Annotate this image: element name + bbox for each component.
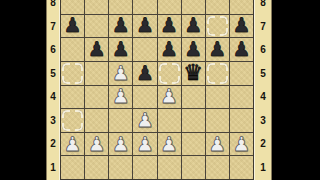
square-e2[interactable]: ♟ [158, 133, 181, 156]
highlight-corner-br [220, 28, 228, 36]
highlight-corner-br [220, 76, 228, 84]
square-g8[interactable] [206, 0, 229, 14]
square-e7[interactable]: ♟ [158, 15, 181, 38]
rank-label-8: 8 [47, 0, 59, 15]
highlight-corner-tr [75, 63, 83, 71]
square-d3[interactable]: ♟ [133, 109, 156, 132]
square-f8[interactable] [182, 0, 205, 14]
black-pawn[interactable]: ♟ [136, 63, 154, 84]
square-c2[interactable]: ♟ [109, 133, 132, 156]
square-e5[interactable] [158, 62, 181, 85]
square-h7[interactable]: ♟ [230, 15, 253, 38]
white-pawn[interactable]: ♟ [232, 134, 250, 155]
highlight-corner-tr [75, 110, 83, 118]
square-g6[interactable]: ♟ [206, 38, 229, 61]
square-c6[interactable]: ♟ [109, 38, 132, 61]
square-a2[interactable]: ♟ [61, 133, 84, 156]
highlight-corner-tl [62, 110, 70, 118]
square-h2[interactable]: ♟ [230, 133, 253, 156]
rank-label-7: 7 [47, 15, 59, 39]
highlight-corner-tl [62, 63, 70, 71]
square-d5[interactable]: ♟ [133, 62, 156, 85]
square-a6[interactable] [61, 38, 84, 61]
white-pawn[interactable]: ♟ [160, 86, 178, 107]
square-c1[interactable] [109, 156, 132, 179]
square-f1[interactable] [182, 156, 205, 179]
highlight-corner-br [75, 76, 83, 84]
rank-label-4: 4 [255, 85, 271, 109]
square-e6[interactable]: ♟ [158, 38, 181, 61]
square-b4[interactable] [85, 86, 108, 109]
square-g1[interactable] [206, 156, 229, 179]
square-e4[interactable]: ♟ [158, 86, 181, 109]
square-a3[interactable] [61, 109, 84, 132]
white-pawn[interactable]: ♟ [136, 134, 154, 155]
black-pawn[interactable]: ♟ [88, 39, 106, 60]
square-f5[interactable]: ♛ [182, 62, 205, 85]
square-a8[interactable] [61, 0, 84, 14]
white-pawn[interactable]: ♟ [64, 134, 82, 155]
square-c7[interactable]: ♟ [109, 15, 132, 38]
square-b1[interactable] [85, 156, 108, 179]
square-f4[interactable] [182, 86, 205, 109]
square-e1[interactable] [158, 156, 181, 179]
square-d7[interactable]: ♟ [133, 15, 156, 38]
highlight-corner-tl [207, 16, 215, 24]
square-d2[interactable]: ♟ [133, 133, 156, 156]
square-h8[interactable] [230, 0, 253, 14]
square-c5[interactable]: ♟ [109, 62, 132, 85]
highlight-corner-tr [220, 16, 228, 24]
square-h5[interactable] [230, 62, 253, 85]
black-pawn[interactable]: ♟ [160, 15, 178, 36]
white-pawn[interactable]: ♟ [88, 134, 106, 155]
square-a5[interactable] [61, 62, 84, 85]
white-pawn[interactable]: ♟ [112, 134, 130, 155]
square-f7[interactable]: ♟ [182, 15, 205, 38]
rank-label-1: 1 [47, 156, 59, 180]
highlight-corner-br [75, 123, 83, 131]
square-g7[interactable] [206, 15, 229, 38]
square-f3[interactable] [182, 109, 205, 132]
highlight-corner-tr [220, 63, 228, 71]
rank-label-5: 5 [47, 62, 59, 86]
square-h3[interactable] [230, 109, 253, 132]
square-d8[interactable] [133, 0, 156, 14]
rank-label-2: 2 [47, 132, 59, 156]
square-a4[interactable] [61, 86, 84, 109]
square-d4[interactable] [133, 86, 156, 109]
square-b5[interactable] [85, 62, 108, 85]
rank-label-4: 4 [47, 85, 59, 109]
white-pawn[interactable]: ♟ [208, 134, 226, 155]
square-h1[interactable] [230, 156, 253, 179]
square-b7[interactable] [85, 15, 108, 38]
square-b2[interactable]: ♟ [85, 133, 108, 156]
rank-label-6: 6 [47, 38, 59, 62]
highlight-corner-br [172, 76, 180, 84]
highlight-corner-bl [159, 76, 167, 84]
highlight-corner-tl [159, 63, 167, 71]
square-f2[interactable] [182, 133, 205, 156]
black-pawn[interactable]: ♟ [184, 15, 202, 36]
highlight-corner-bl [207, 28, 215, 36]
square-h4[interactable] [230, 86, 253, 109]
black-pawn[interactable]: ♟ [112, 15, 130, 36]
white-pawn[interactable]: ♟ [112, 86, 130, 107]
rank-label-3: 3 [47, 109, 59, 133]
white-pawn[interactable]: ♟ [160, 134, 178, 155]
black-pawn[interactable]: ♟ [160, 39, 178, 60]
black-pawn[interactable]: ♟ [208, 39, 226, 60]
square-b6[interactable]: ♟ [85, 38, 108, 61]
rank-label-8: 8 [255, 0, 271, 15]
white-pawn[interactable]: ♟ [112, 63, 130, 84]
highlight-corner-bl [62, 123, 70, 131]
black-pawn[interactable]: ♟ [64, 15, 82, 36]
square-d1[interactable] [133, 156, 156, 179]
square-a7[interactable]: ♟ [61, 15, 84, 38]
square-b3[interactable] [85, 109, 108, 132]
square-d6[interactable] [133, 38, 156, 61]
rank-labels-left: 87654321 [46, 0, 60, 180]
white-pawn[interactable]: ♟ [136, 110, 154, 131]
square-e3[interactable] [158, 109, 181, 132]
chess-app-screen: 87654321 ♟♟♟♟♟♟♟♟♟♟♟♟♟♟♛♟♟♟♟♟♟♟♟♟♟ 87654… [0, 0, 320, 180]
highlight-corner-bl [207, 76, 215, 84]
rank-label-7: 7 [255, 15, 271, 39]
square-a1[interactable] [61, 156, 84, 179]
square-b8[interactable] [85, 0, 108, 14]
square-g4[interactable] [206, 86, 229, 109]
square-h6[interactable]: ♟ [230, 38, 253, 61]
black-pawn[interactable]: ♟ [184, 39, 202, 60]
square-c3[interactable] [109, 109, 132, 132]
rank-label-3: 3 [255, 109, 271, 133]
square-g3[interactable] [206, 109, 229, 132]
rank-label-6: 6 [255, 38, 271, 62]
black-pawn[interactable]: ♟ [136, 15, 154, 36]
square-g2[interactable]: ♟ [206, 133, 229, 156]
rank-labels-right: 87654321 [254, 0, 272, 180]
square-e8[interactable] [158, 0, 181, 14]
highlight-corner-tl [207, 63, 215, 71]
square-f6[interactable]: ♟ [182, 38, 205, 61]
black-pawn[interactable]: ♟ [232, 15, 250, 36]
square-c8[interactable] [109, 0, 132, 14]
rank-label-5: 5 [255, 62, 271, 86]
chess-board[interactable]: ♟♟♟♟♟♟♟♟♟♟♟♟♟♟♛♟♟♟♟♟♟♟♟♟♟ [60, 0, 254, 180]
rank-label-1: 1 [255, 156, 271, 180]
square-c4[interactable]: ♟ [109, 86, 132, 109]
black-queen[interactable]: ♛ [183, 62, 203, 85]
square-g5[interactable] [206, 62, 229, 85]
black-pawn[interactable]: ♟ [112, 39, 130, 60]
rank-label-2: 2 [255, 132, 271, 156]
highlight-corner-tr [172, 63, 180, 71]
highlight-corner-bl [62, 76, 70, 84]
black-pawn[interactable]: ♟ [232, 39, 250, 60]
